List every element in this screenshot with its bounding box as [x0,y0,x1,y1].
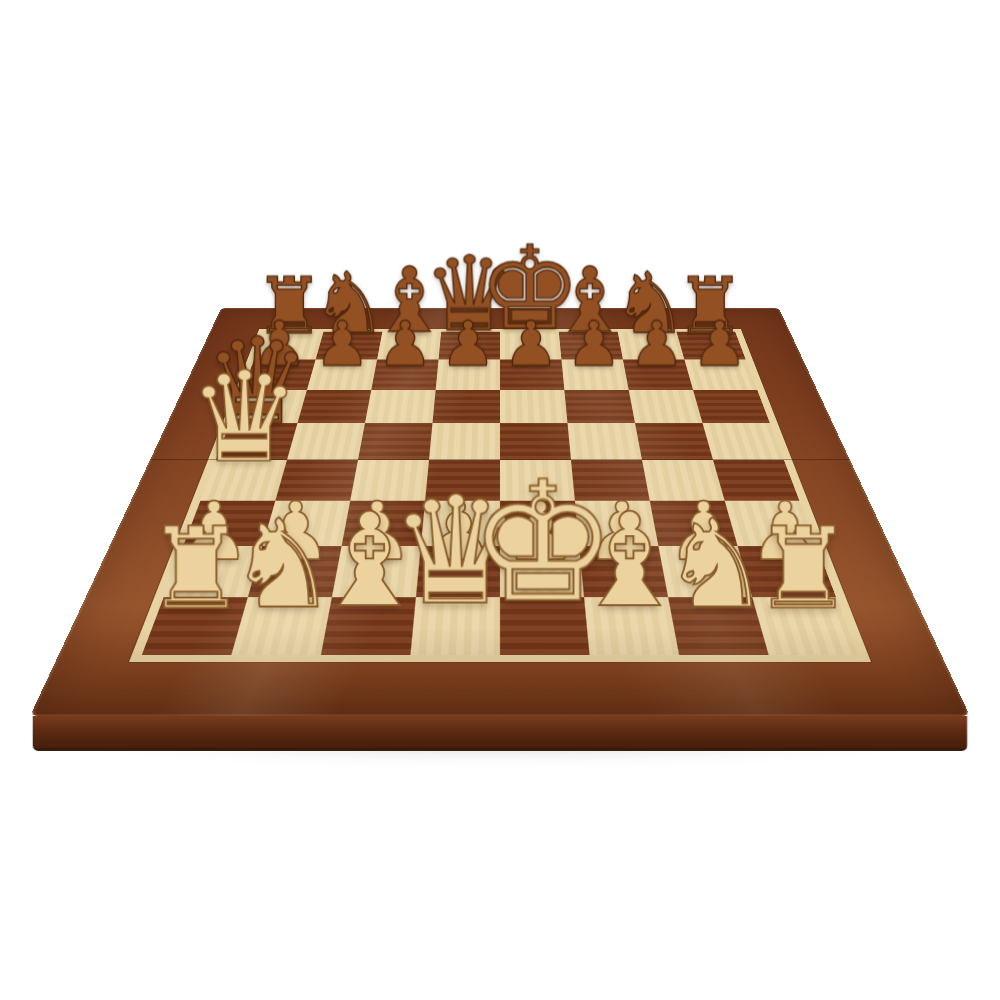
black-pawn-glyph: ♟ [651,312,789,374]
white-rook-glyph: ♜ [708,513,899,625]
white-queen-glyph: ♛ [165,355,325,480]
product-photo-scene: ♜♞♝♛♚♝♞♜♟♟♟♟♟♟♟♟♛♛♟♟♟♟♟♟♟♟♜♞♝♛♚♝♞♜ [0,0,1000,1000]
chess-board: ♜♞♝♛♚♝♞♜♟♟♟♟♟♟♟♟♛♛♟♟♟♟♟♟♟♟♜♞♝♛♚♝♞♜ [30,308,970,716]
chess-board-3d-wrap: ♜♞♝♛♚♝♞♜♟♟♟♟♟♟♟♟♛♛♟♟♟♟♟♟♟♟♜♞♝♛♚♝♞♜ [150,110,850,810]
board-front-edge [33,716,968,751]
